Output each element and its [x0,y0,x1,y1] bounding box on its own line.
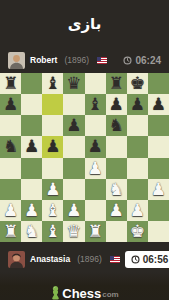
square-h2[interactable] [148,200,169,221]
square-e8[interactable] [85,73,106,94]
square-d3[interactable] [63,179,84,200]
square-a4[interactable] [0,158,21,179]
square-f2[interactable]: ♟ [106,200,127,221]
player-rating-top: (1896) [64,55,89,65]
piece-white-bishop[interactable]: ♝ [45,202,60,219]
square-h5[interactable] [148,136,169,157]
square-e3[interactable] [85,179,106,200]
piece-black-pawn[interactable]: ♟ [66,117,81,134]
square-d1[interactable]: ♛ [63,221,84,242]
square-b7[interactable] [21,94,42,115]
piece-black-rook[interactable]: ♜ [3,75,18,92]
piece-black-bishop[interactable]: ♝ [87,96,102,113]
square-g2[interactable]: ♟ [127,200,148,221]
square-d4[interactable] [63,158,84,179]
square-b1[interactable]: ♞ [21,221,42,242]
piece-white-pawn[interactable]: ♟ [66,202,81,219]
us-flag-icon-top [97,57,107,64]
player-rating-bottom: (1896) [77,254,102,264]
piece-black-rook[interactable]: ♜ [109,75,124,92]
player-row-top: Robert (1896) 06:24 [0,47,169,73]
piece-black-queen[interactable]: ♛ [66,75,81,92]
piece-white-pawn[interactable]: ♟ [24,202,39,219]
piece-white-queen[interactable]: ♛ [66,223,81,240]
square-b2[interactable]: ♟ [21,200,42,221]
square-a2[interactable]: ♟ [0,200,21,221]
logo-text: Chess [62,287,101,300]
square-a5[interactable]: ♞ [0,136,21,157]
title-bar: بازی [0,0,169,47]
square-g7[interactable]: ♟ [127,94,148,115]
square-d8[interactable]: ♛ [63,73,84,94]
square-b3[interactable] [21,179,42,200]
piece-black-knight[interactable]: ♞ [3,138,18,155]
clock-top: 06:24 [123,55,161,66]
square-g6[interactable] [127,115,148,136]
square-b8[interactable] [21,73,42,94]
square-e7[interactable]: ♝ [85,94,106,115]
player-row-bottom: Anastasia (1896) 06:56 [0,246,169,272]
square-g1[interactable]: ♚ [127,221,148,242]
player-name-bottom: Anastasia [30,254,70,264]
game-screen: بازی Robert (1896) 06:24 ♜♝♛♜♚♟♝♟♟♟♟♞♞♟♟… [0,0,169,300]
piece-white-king[interactable]: ♚ [130,223,145,240]
square-e5[interactable]: ♟ [85,136,106,157]
avatar-bottom[interactable] [8,251,25,268]
piece-white-pawn[interactable]: ♟ [87,160,102,177]
page-title: بازی [68,15,102,33]
piece-black-pawn[interactable]: ♟ [45,138,60,155]
piece-white-pawn[interactable]: ♟ [151,181,166,198]
square-h8[interactable] [148,73,169,94]
square-c4[interactable] [42,158,63,179]
square-c7[interactable] [42,94,63,115]
square-d5[interactable] [63,136,84,157]
clock-icon-bottom [131,255,140,264]
piece-black-knight[interactable]: ♞ [109,117,124,134]
avatar-bottom-photo [8,251,25,268]
us-flag-icon-bottom [110,256,120,263]
piece-white-pawn[interactable]: ♟ [109,202,124,219]
piece-black-pawn[interactable]: ♟ [3,96,18,113]
square-h1[interactable] [148,221,169,242]
square-f8[interactable]: ♜ [106,73,127,94]
piece-black-king[interactable]: ♚ [130,75,145,92]
piece-white-bishop[interactable]: ♝ [45,223,60,240]
piece-white-knight[interactable]: ♞ [24,223,39,240]
square-f4[interactable] [106,158,127,179]
chesscom-pawn-icon [50,285,61,300]
square-e1[interactable]: ♜ [85,221,106,242]
square-a1[interactable]: ♜ [0,221,21,242]
square-d7[interactable] [63,94,84,115]
square-b6[interactable] [21,115,42,136]
piece-black-pawn[interactable]: ♟ [24,138,39,155]
square-c2[interactable]: ♝ [42,200,63,221]
square-f3[interactable]: ♞ [106,179,127,200]
square-e2[interactable] [85,200,106,221]
chesscom-logo[interactable]: Chess com [50,285,118,300]
square-a3[interactable] [0,179,21,200]
square-f7[interactable]: ♟ [106,94,127,115]
square-h6[interactable] [148,115,169,136]
square-a6[interactable] [0,115,21,136]
footer: Chess com [0,272,169,300]
square-g3[interactable] [127,179,148,200]
piece-white-rook[interactable]: ♜ [87,223,102,240]
square-h7[interactable]: ♟ [148,94,169,115]
square-c1[interactable]: ♝ [42,221,63,242]
piece-white-knight[interactable]: ♞ [109,181,124,198]
logo-suffix: com [102,291,118,300]
square-c6[interactable] [42,115,63,136]
piece-black-pawn[interactable]: ♟ [109,96,124,113]
square-e6[interactable] [85,115,106,136]
avatar-top[interactable] [8,52,25,69]
clock-bottom-time: 06:56 [143,254,169,265]
clock-top-time: 06:24 [135,55,161,66]
avatar-top-photo [8,52,25,69]
square-g5[interactable] [127,136,148,157]
square-g8[interactable]: ♚ [127,73,148,94]
square-a8[interactable]: ♜ [0,73,21,94]
square-c5[interactable]: ♟ [42,136,63,157]
board: ♜♝♛♜♚♟♝♟♟♟♟♞♞♟♟♟♟♟♞♟♟♟♝♟♟♟♜♞♝♛♜♚ [0,73,169,242]
square-c8[interactable]: ♝ [42,73,63,94]
square-g4[interactable] [127,158,148,179]
square-d6[interactable]: ♟ [63,115,84,136]
piece-white-pawn[interactable]: ♟ [3,202,18,219]
square-a7[interactable]: ♟ [0,94,21,115]
square-h3[interactable]: ♟ [148,179,169,200]
square-f1[interactable] [106,221,127,242]
piece-black-bishop[interactable]: ♝ [45,75,60,92]
square-b4[interactable] [21,158,42,179]
piece-white-rook[interactable]: ♜ [3,223,18,240]
piece-white-pawn[interactable]: ♟ [130,202,145,219]
square-h4[interactable] [148,158,169,179]
piece-black-pawn[interactable]: ♟ [130,96,145,113]
square-c3[interactable]: ♟ [42,179,63,200]
square-e4[interactable]: ♟ [85,158,106,179]
piece-white-pawn[interactable]: ♟ [45,181,60,198]
player-name-top: Robert [30,55,57,65]
square-f6[interactable]: ♞ [106,115,127,136]
piece-black-pawn[interactable]: ♟ [151,96,166,113]
clock-bottom: 06:56 [125,251,169,268]
piece-black-pawn[interactable]: ♟ [87,138,102,155]
square-f5[interactable] [106,136,127,157]
square-b5[interactable]: ♟ [21,136,42,157]
clock-icon-top [123,56,132,65]
square-d2[interactable]: ♟ [63,200,84,221]
